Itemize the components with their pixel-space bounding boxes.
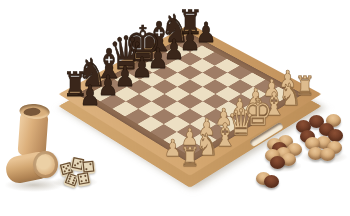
product-photo: ♜♞♝♛♚♝♞♜♟♟♟♟♟♟♟♟♟♟♟♟♟♟♟♟♜♞♝♛♚♝♞♜ ⚄⚂⚁⚅⚃ xyxy=(0,0,350,216)
cup-end-cap xyxy=(33,151,58,178)
die-5: ⚃ xyxy=(76,172,91,187)
checker-disc-light-11 xyxy=(320,148,335,161)
checker-disc-dark-18 xyxy=(270,156,285,169)
checker-disc-dark-21 xyxy=(264,175,279,188)
dice-cup-lying xyxy=(6,148,64,190)
peg-hole xyxy=(262,112,268,117)
